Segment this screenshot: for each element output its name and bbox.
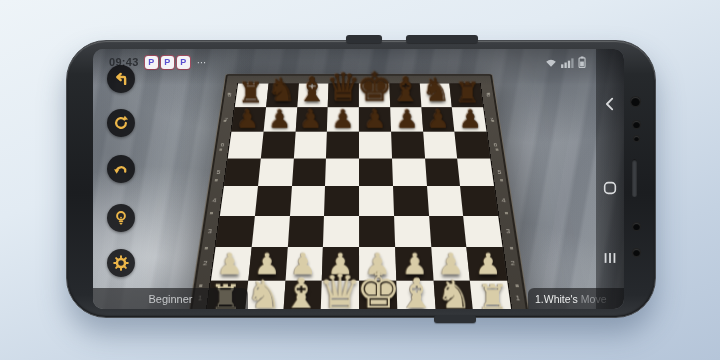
front-camera [631, 97, 640, 106]
square-g5[interactable] [424, 158, 460, 186]
board-squares: ♜♞♝♛♚♝♞♜♟♟♟♟♟♟♟♟♟♟♟♟♟♟♟♟♜♞♝♛♚♝♞♜ [206, 83, 512, 309]
square-f5[interactable] [391, 158, 426, 186]
piece-black-rook[interactable]: ♜ [237, 79, 263, 106]
square-g6[interactable] [422, 132, 457, 158]
square-g7[interactable]: ♟ [421, 107, 455, 132]
sensor-dot [633, 249, 640, 256]
square-g4[interactable] [426, 186, 463, 216]
android-nav-bar [596, 49, 624, 309]
notification-badge: P [145, 56, 158, 69]
piece-black-pawn[interactable]: ♟ [236, 107, 259, 131]
nav-back-button[interactable] [596, 90, 624, 118]
square-g1[interactable]: ♞ [433, 280, 474, 309]
square-h7[interactable]: ♟ [452, 107, 486, 132]
bottom-edge-button [434, 315, 476, 323]
square-h2[interactable]: ♟ [466, 247, 506, 280]
square-f6[interactable] [390, 132, 424, 158]
piece-black-knight[interactable]: ♞ [422, 75, 451, 106]
piece-white-rook[interactable]: ♜ [476, 281, 507, 309]
volume-button [346, 35, 382, 43]
power-button [406, 35, 478, 43]
desktop-background: ♜♞♝♛♚♝♞♜♟♟♟♟♟♟♟♟♟♟♟♟♟♟♟♟♜♞♝♛♚♝♞♜ ABCDEFG… [0, 0, 720, 360]
piece-black-pawn[interactable]: ♟ [267, 107, 290, 131]
status-bar: 09:43 P P P ⋯ [93, 49, 624, 71]
undo-curved-arrow-icon [112, 160, 130, 178]
difficulty-bar[interactable]: Beginner [93, 288, 248, 309]
square-a4[interactable] [219, 186, 257, 216]
piece-white-bishop[interactable]: ♝ [282, 275, 320, 309]
square-b5[interactable] [257, 158, 293, 186]
sensor-dot [633, 121, 640, 128]
piece-white-queen[interactable]: ♛ [318, 269, 361, 309]
difficulty-label: Beginner [148, 293, 192, 305]
rank-label: 8 [480, 83, 495, 107]
hint-button[interactable] [107, 204, 135, 232]
piece-white-knight[interactable]: ♞ [436, 277, 472, 309]
square-h3[interactable] [463, 216, 502, 247]
circular-arrow-icon [112, 114, 130, 132]
square-f7[interactable]: ♟ [390, 107, 423, 132]
piece-black-pawn[interactable]: ♟ [427, 107, 450, 131]
restart-button[interactable] [107, 109, 135, 137]
chevron-left-icon [603, 96, 617, 112]
gear-icon [112, 254, 130, 272]
square-g3[interactable] [428, 216, 466, 247]
piece-white-knight[interactable]: ♞ [245, 277, 281, 309]
square-a2[interactable]: ♟ [210, 247, 250, 280]
back-button[interactable] [107, 65, 135, 93]
piece-black-bishop[interactable]: ♝ [390, 74, 420, 106]
square-e1[interactable]: ♚ [359, 280, 397, 309]
square-a5[interactable] [224, 158, 261, 186]
back-arrow-icon [112, 70, 130, 88]
square-h4[interactable] [460, 186, 498, 216]
chess-board: ♜♞♝♛♚♝♞♜♟♟♟♟♟♟♟♟♟♟♟♟♟♟♟♟♜♞♝♛♚♝♞♜ ABCDEFG… [186, 74, 530, 309]
sensor-dot [634, 136, 639, 141]
square-f3[interactable] [393, 216, 430, 247]
piece-black-queen[interactable]: ♛ [326, 69, 361, 106]
earpiece-speaker [632, 159, 637, 197]
square-b3[interactable] [251, 216, 289, 247]
piece-black-pawn[interactable]: ♟ [395, 107, 418, 131]
battery-icon [578, 54, 586, 72]
notification-badge: P [177, 56, 190, 69]
square-c4[interactable] [289, 186, 325, 216]
square-d6[interactable] [326, 132, 359, 158]
square-f4[interactable] [392, 186, 428, 216]
square-a7[interactable]: ♟ [231, 107, 265, 132]
square-d4[interactable] [324, 186, 359, 216]
square-e7[interactable]: ♟ [359, 107, 391, 132]
square-e4[interactable] [359, 186, 394, 216]
piece-black-rook[interactable]: ♜ [454, 79, 480, 106]
piece-black-bishop[interactable]: ♝ [297, 74, 327, 106]
square-b1[interactable]: ♞ [244, 280, 285, 309]
rounded-square-icon [602, 180, 618, 196]
piece-black-king[interactable]: ♚ [356, 68, 392, 106]
square-d3[interactable] [323, 216, 359, 247]
lightbulb-icon [112, 209, 130, 227]
piece-white-king[interactable]: ♚ [355, 267, 400, 309]
undo-button[interactable] [107, 155, 135, 183]
settings-button[interactable] [107, 249, 135, 277]
signal-bars-icon [561, 54, 574, 72]
square-d1[interactable]: ♛ [320, 280, 358, 309]
piece-black-knight[interactable]: ♞ [267, 75, 296, 106]
piece-black-pawn[interactable]: ♟ [363, 107, 386, 131]
square-a6[interactable] [227, 132, 263, 158]
square-e3[interactable] [359, 216, 395, 247]
notification-badge: P [161, 56, 174, 69]
square-b7[interactable]: ♟ [263, 107, 297, 132]
square-h5[interactable] [457, 158, 494, 186]
square-c1[interactable]: ♝ [282, 280, 321, 309]
square-e6[interactable] [359, 132, 392, 158]
nav-home-button[interactable] [596, 174, 624, 202]
piece-black-pawn[interactable]: ♟ [459, 107, 482, 131]
piece-white-pawn[interactable]: ♟ [475, 251, 502, 279]
square-b6[interactable] [260, 132, 295, 158]
piece-white-pawn[interactable]: ♟ [216, 251, 243, 279]
board-scene: ♜♞♝♛♚♝♞♜♟♟♟♟♟♟♟♟♟♟♟♟♟♟♟♟♜♞♝♛♚♝♞♜ ABCDEFG… [93, 49, 624, 309]
move-status-strong: 1.White's [535, 293, 578, 305]
square-c5[interactable] [291, 158, 326, 186]
sensor-dot [633, 223, 640, 230]
square-c3[interactable] [287, 216, 324, 247]
piece-black-pawn[interactable]: ♟ [331, 107, 354, 131]
vertical-bars-icon [602, 250, 618, 266]
game-screen: ♜♞♝♛♚♝♞♜♟♟♟♟♟♟♟♟♟♟♟♟♟♟♟♟♜♞♝♛♚♝♞♜ ABCDEFG… [93, 49, 624, 309]
square-h6[interactable] [454, 132, 490, 158]
square-c7[interactable]: ♟ [295, 107, 328, 132]
phone-frame: ♜♞♝♛♚♝♞♜♟♟♟♟♟♟♟♟♟♟♟♟♟♟♟♟♜♞♝♛♚♝♞♜ ABCDEFG… [66, 40, 656, 318]
square-d5[interactable] [325, 158, 359, 186]
piece-white-bishop[interactable]: ♝ [397, 275, 435, 309]
square-h1[interactable]: ♜ [470, 280, 512, 309]
notification-overflow-dots: ⋯ [197, 57, 208, 68]
square-c6[interactable] [293, 132, 327, 158]
piece-black-pawn[interactable]: ♟ [299, 107, 322, 131]
square-f1[interactable]: ♝ [396, 280, 435, 309]
square-a3[interactable] [215, 216, 254, 247]
square-b4[interactable] [254, 186, 291, 216]
square-e5[interactable] [359, 158, 393, 186]
square-d7[interactable]: ♟ [327, 107, 359, 132]
nav-recents-button[interactable] [596, 244, 624, 272]
wifi-icon [545, 54, 557, 72]
